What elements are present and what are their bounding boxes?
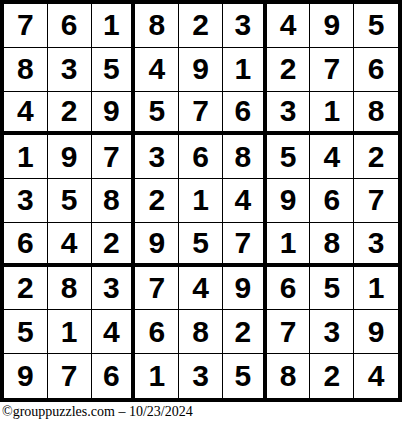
sudoku-cell-r1c2[interactable]: 6 [48, 4, 92, 48]
sudoku-cell-r4c8[interactable]: 4 [310, 135, 354, 179]
sudoku-cell-r7c9[interactable]: 1 [354, 267, 398, 311]
sudoku-cell-r7c7[interactable]: 6 [267, 267, 311, 311]
sudoku-cell-r2c2[interactable]: 3 [48, 48, 92, 92]
sudoku-cell-r5c6[interactable]: 4 [223, 179, 267, 223]
sudoku-cell-r6c2[interactable]: 4 [48, 223, 92, 267]
sudoku-cell-r2c4[interactable]: 4 [135, 48, 179, 92]
sudoku-cell-r8c3[interactable]: 4 [92, 310, 136, 354]
sudoku-cell-r1c9[interactable]: 5 [354, 4, 398, 48]
sudoku-cell-r8c4[interactable]: 6 [135, 310, 179, 354]
sudoku-cell-r5c1[interactable]: 3 [4, 179, 48, 223]
sudoku-cell-r7c2[interactable]: 8 [48, 267, 92, 311]
sudoku-cell-r6c1[interactable]: 6 [4, 223, 48, 267]
sudoku-cell-r8c2[interactable]: 1 [48, 310, 92, 354]
sudoku-cell-r2c3[interactable]: 5 [92, 48, 136, 92]
sudoku-cell-r3c8[interactable]: 1 [310, 92, 354, 136]
sudoku-cell-r6c3[interactable]: 2 [92, 223, 136, 267]
sudoku-cell-r5c2[interactable]: 5 [48, 179, 92, 223]
sudoku-cell-r8c7[interactable]: 7 [267, 310, 311, 354]
sudoku-cell-r2c7[interactable]: 2 [267, 48, 311, 92]
sudoku-cell-r3c2[interactable]: 2 [48, 92, 92, 136]
sudoku-cell-r4c3[interactable]: 7 [92, 135, 136, 179]
sudoku-cell-r1c8[interactable]: 9 [310, 4, 354, 48]
sudoku-cell-r5c3[interactable]: 8 [92, 179, 136, 223]
sudoku-cell-r3c9[interactable]: 8 [354, 92, 398, 136]
sudoku-cell-r1c3[interactable]: 1 [92, 4, 136, 48]
copyright-caption: ©grouppuzzles.com – 10/23/2024 [2, 404, 193, 420]
sudoku-cell-r2c5[interactable]: 9 [179, 48, 223, 92]
sudoku-cell-r7c8[interactable]: 5 [310, 267, 354, 311]
sudoku-cell-r4c1[interactable]: 1 [4, 135, 48, 179]
sudoku-cell-r8c9[interactable]: 9 [354, 310, 398, 354]
sudoku-cell-r5c9[interactable]: 7 [354, 179, 398, 223]
sudoku-cell-r7c3[interactable]: 3 [92, 267, 136, 311]
sudoku-cell-r9c9[interactable]: 4 [354, 354, 398, 398]
sudoku-page: 7618234958354912764295763181973685423582… [0, 0, 402, 424]
sudoku-cell-r9c4[interactable]: 1 [135, 354, 179, 398]
sudoku-cell-r9c5[interactable]: 3 [179, 354, 223, 398]
sudoku-cell-r8c5[interactable]: 8 [179, 310, 223, 354]
sudoku-cell-r6c9[interactable]: 3 [354, 223, 398, 267]
sudoku-cell-r3c3[interactable]: 9 [92, 92, 136, 136]
sudoku-cell-r9c8[interactable]: 2 [310, 354, 354, 398]
sudoku-cell-r2c9[interactable]: 6 [354, 48, 398, 92]
sudoku-cell-r9c2[interactable]: 7 [48, 354, 92, 398]
sudoku-cell-r4c7[interactable]: 5 [267, 135, 311, 179]
sudoku-cell-r1c6[interactable]: 3 [223, 4, 267, 48]
sudoku-cell-r5c4[interactable]: 2 [135, 179, 179, 223]
sudoku-cell-r1c7[interactable]: 4 [267, 4, 311, 48]
sudoku-cell-r9c1[interactable]: 9 [4, 354, 48, 398]
sudoku-cell-r4c9[interactable]: 2 [354, 135, 398, 179]
sudoku-cell-r3c7[interactable]: 3 [267, 92, 311, 136]
sudoku-cell-r5c5[interactable]: 1 [179, 179, 223, 223]
sudoku-cell-r5c8[interactable]: 6 [310, 179, 354, 223]
sudoku-cell-r9c6[interactable]: 5 [223, 354, 267, 398]
sudoku-cell-r6c7[interactable]: 1 [267, 223, 311, 267]
sudoku-cell-r4c4[interactable]: 3 [135, 135, 179, 179]
sudoku-cell-r4c6[interactable]: 8 [223, 135, 267, 179]
sudoku-cell-r7c5[interactable]: 4 [179, 267, 223, 311]
sudoku-cell-r7c1[interactable]: 2 [4, 267, 48, 311]
sudoku-cell-r6c5[interactable]: 5 [179, 223, 223, 267]
sudoku-cell-r9c7[interactable]: 8 [267, 354, 311, 398]
sudoku-cell-r2c6[interactable]: 1 [223, 48, 267, 92]
sudoku-cell-r1c5[interactable]: 2 [179, 4, 223, 48]
sudoku-cell-r8c8[interactable]: 3 [310, 310, 354, 354]
sudoku-cell-r8c6[interactable]: 2 [223, 310, 267, 354]
sudoku-cell-r1c1[interactable]: 7 [4, 4, 48, 48]
sudoku-cell-r4c5[interactable]: 6 [179, 135, 223, 179]
sudoku-cell-r3c1[interactable]: 4 [4, 92, 48, 136]
sudoku-cell-r7c6[interactable]: 9 [223, 267, 267, 311]
sudoku-cell-r6c4[interactable]: 9 [135, 223, 179, 267]
sudoku-cell-r6c8[interactable]: 8 [310, 223, 354, 267]
sudoku-cell-r3c4[interactable]: 5 [135, 92, 179, 136]
sudoku-cell-r2c1[interactable]: 8 [4, 48, 48, 92]
sudoku-cell-r1c4[interactable]: 8 [135, 4, 179, 48]
sudoku-cell-r7c4[interactable]: 7 [135, 267, 179, 311]
sudoku-cell-r9c3[interactable]: 6 [92, 354, 136, 398]
sudoku-board: 7618234958354912764295763181973685423582… [0, 0, 402, 402]
sudoku-cell-r2c8[interactable]: 7 [310, 48, 354, 92]
sudoku-cell-r6c6[interactable]: 7 [223, 223, 267, 267]
sudoku-cell-r5c7[interactable]: 9 [267, 179, 311, 223]
sudoku-cell-r8c1[interactable]: 5 [4, 310, 48, 354]
sudoku-cell-r3c6[interactable]: 6 [223, 92, 267, 136]
sudoku-cell-r3c5[interactable]: 7 [179, 92, 223, 136]
sudoku-cell-r4c2[interactable]: 9 [48, 135, 92, 179]
